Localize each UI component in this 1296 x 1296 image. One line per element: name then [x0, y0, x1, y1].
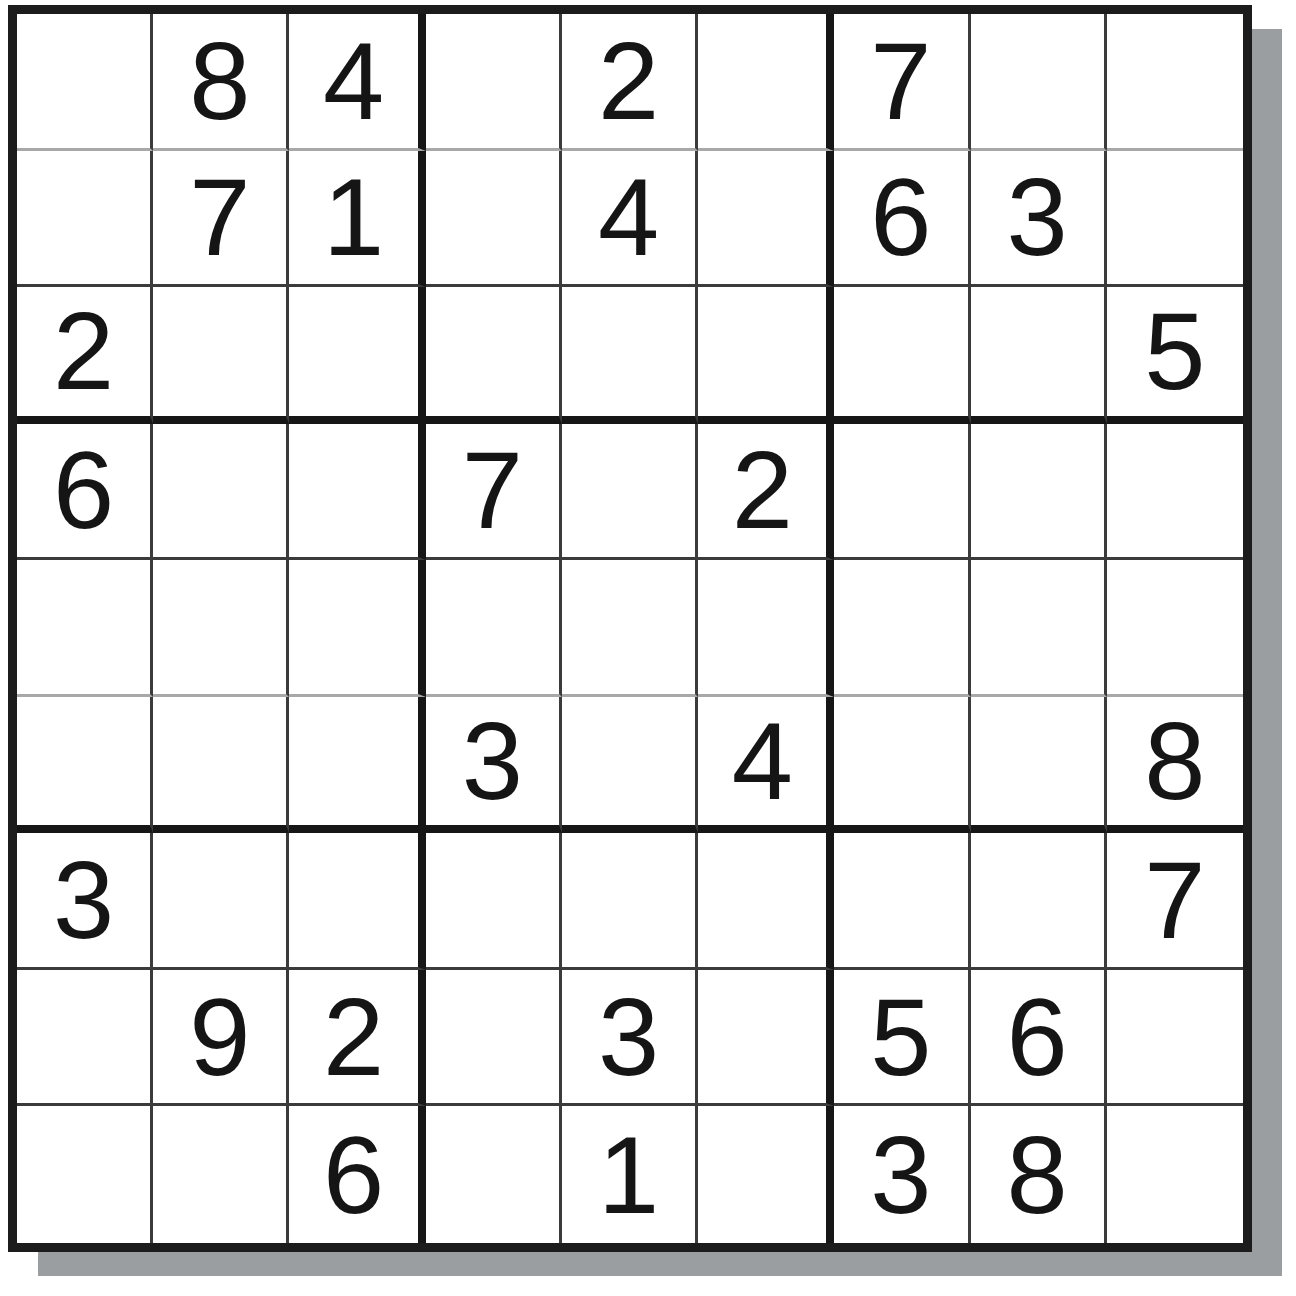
cell-r4c8[interactable] — [971, 424, 1107, 561]
cell-r7c5[interactable] — [562, 833, 698, 970]
cell-r2c1[interactable] — [17, 151, 153, 288]
cell-r4c7[interactable] — [834, 424, 970, 561]
cell-r5c2[interactable] — [153, 560, 289, 697]
cell-r3c9[interactable]: 5 — [1107, 287, 1243, 424]
cell-r2c3[interactable]: 1 — [289, 151, 425, 288]
cell-r1c1[interactable] — [17, 14, 153, 151]
cell-r4c9[interactable] — [1107, 424, 1243, 561]
cell-r5c4[interactable] — [426, 560, 562, 697]
cell-r8c1[interactable] — [17, 970, 153, 1107]
cell-r1c3[interactable]: 4 — [289, 14, 425, 151]
cell-r8c9[interactable] — [1107, 970, 1243, 1107]
cell-r9c2[interactable] — [153, 1106, 289, 1243]
cell-r6c5[interactable] — [562, 697, 698, 834]
cell-r6c6[interactable]: 4 — [698, 697, 834, 834]
cell-r7c8[interactable] — [971, 833, 1107, 970]
cell-r8c5[interactable]: 3 — [562, 970, 698, 1107]
cell-r8c2[interactable]: 9 — [153, 970, 289, 1107]
cell-r1c6[interactable] — [698, 14, 834, 151]
cell-r1c2[interactable]: 8 — [153, 14, 289, 151]
cell-r9c1[interactable] — [17, 1106, 153, 1243]
cell-r7c2[interactable] — [153, 833, 289, 970]
cell-r1c5[interactable]: 2 — [562, 14, 698, 151]
cell-r3c8[interactable] — [971, 287, 1107, 424]
cell-r2c2[interactable]: 7 — [153, 151, 289, 288]
cell-r5c8[interactable] — [971, 560, 1107, 697]
cell-r9c7[interactable]: 3 — [834, 1106, 970, 1243]
cell-r3c4[interactable] — [426, 287, 562, 424]
cell-r7c6[interactable] — [698, 833, 834, 970]
cell-r2c5[interactable]: 4 — [562, 151, 698, 288]
cell-r7c4[interactable] — [426, 833, 562, 970]
cell-r1c8[interactable] — [971, 14, 1107, 151]
cell-r3c2[interactable] — [153, 287, 289, 424]
cell-r1c9[interactable] — [1107, 14, 1243, 151]
cell-r9c5[interactable]: 1 — [562, 1106, 698, 1243]
cell-r2c6[interactable] — [698, 151, 834, 288]
cell-r2c8[interactable]: 3 — [971, 151, 1107, 288]
cell-r8c6[interactable] — [698, 970, 834, 1107]
cell-r5c5[interactable] — [562, 560, 698, 697]
cell-r5c7[interactable] — [834, 560, 970, 697]
cell-r1c7[interactable]: 7 — [834, 14, 970, 151]
cell-r2c7[interactable]: 6 — [834, 151, 970, 288]
cell-r6c2[interactable] — [153, 697, 289, 834]
cell-r9c4[interactable] — [426, 1106, 562, 1243]
cell-r5c3[interactable] — [289, 560, 425, 697]
cell-r6c7[interactable] — [834, 697, 970, 834]
cell-r2c9[interactable] — [1107, 151, 1243, 288]
cell-r6c8[interactable] — [971, 697, 1107, 834]
cell-r9c3[interactable]: 6 — [289, 1106, 425, 1243]
cell-r3c1[interactable]: 2 — [17, 287, 153, 424]
cell-r3c7[interactable] — [834, 287, 970, 424]
cell-r5c6[interactable] — [698, 560, 834, 697]
cell-r3c6[interactable] — [698, 287, 834, 424]
cell-r7c3[interactable] — [289, 833, 425, 970]
cell-r9c8[interactable]: 8 — [971, 1106, 1107, 1243]
cell-r6c1[interactable] — [17, 697, 153, 834]
cell-r8c3[interactable]: 2 — [289, 970, 425, 1107]
cell-r5c1[interactable] — [17, 560, 153, 697]
cell-r6c9[interactable]: 8 — [1107, 697, 1243, 834]
cell-r4c4[interactable]: 7 — [426, 424, 562, 561]
cell-r3c3[interactable] — [289, 287, 425, 424]
cell-r7c7[interactable] — [834, 833, 970, 970]
cell-r8c8[interactable]: 6 — [971, 970, 1107, 1107]
cell-r9c9[interactable] — [1107, 1106, 1243, 1243]
sudoku-board: 8427714632567234837923566138 — [8, 5, 1252, 1252]
cell-r7c1[interactable]: 3 — [17, 833, 153, 970]
cell-r5c9[interactable] — [1107, 560, 1243, 697]
page-background: { "game": "sudoku", "grid_size": 9, "pos… — [0, 0, 1296, 1296]
cell-r8c7[interactable]: 5 — [834, 970, 970, 1107]
cell-r6c4[interactable]: 3 — [426, 697, 562, 834]
cell-r1c4[interactable] — [426, 14, 562, 151]
cell-r4c5[interactable] — [562, 424, 698, 561]
cell-r4c1[interactable]: 6 — [17, 424, 153, 561]
cell-r7c9[interactable]: 7 — [1107, 833, 1243, 970]
cell-r3c5[interactable] — [562, 287, 698, 424]
cell-r2c4[interactable] — [426, 151, 562, 288]
cell-r9c6[interactable] — [698, 1106, 834, 1243]
cell-r4c3[interactable] — [289, 424, 425, 561]
cell-r8c4[interactable] — [426, 970, 562, 1107]
cell-r4c2[interactable] — [153, 424, 289, 561]
cell-r6c3[interactable] — [289, 697, 425, 834]
cell-r4c6[interactable]: 2 — [698, 424, 834, 561]
